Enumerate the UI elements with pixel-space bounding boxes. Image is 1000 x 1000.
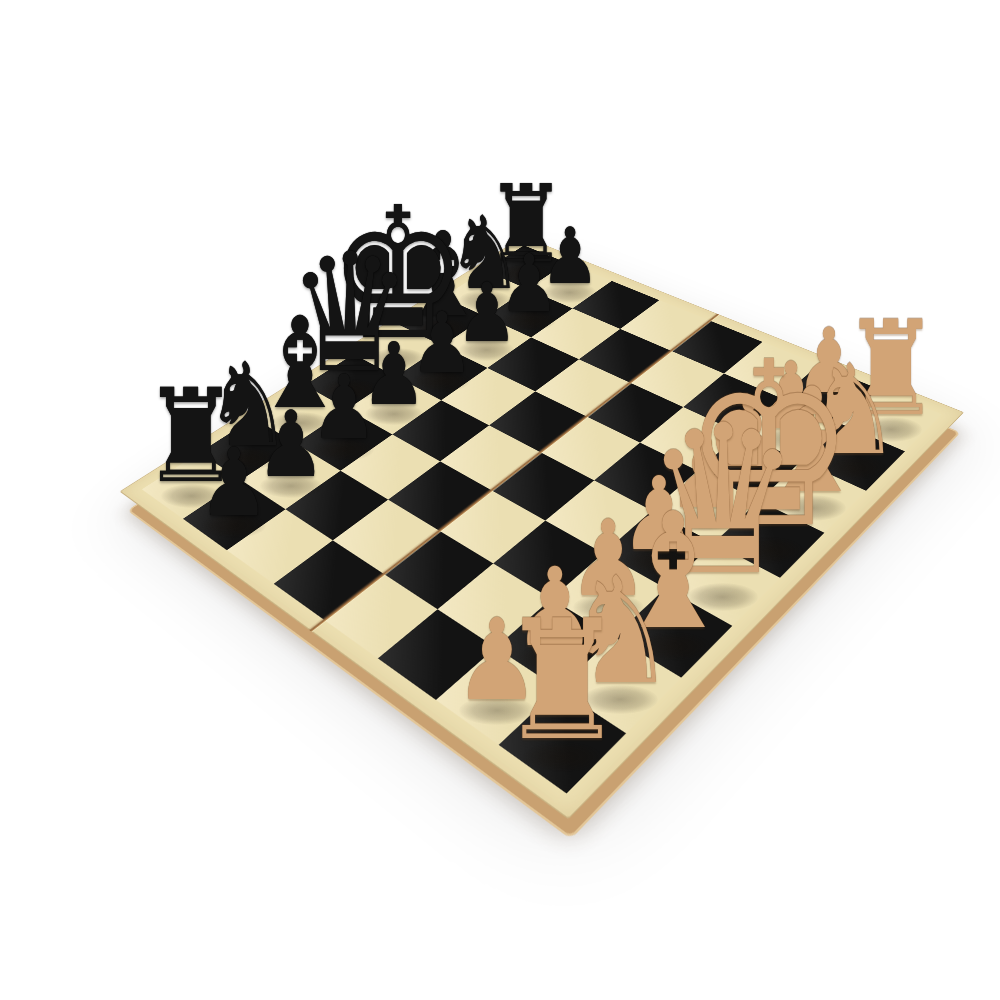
piece-layer: ♜♞♝♛♚♝♞♜♟♟♟♟♟♟♟♟♟♟♟♟♟♟♟♟♜♞♝♛♚♝♞♜ xyxy=(0,0,1000,1000)
piece-black-pawn-a7[interactable]: ♟ xyxy=(198,436,270,530)
product-photo-stage: ♜♞♝♛♚♝♞♜♟♟♟♟♟♟♟♟♟♟♟♟♟♟♟♟♜♞♝♛♚♝♞♜ xyxy=(0,0,1000,1000)
piece-wood-rook-a1[interactable]: ♜ xyxy=(499,598,625,764)
